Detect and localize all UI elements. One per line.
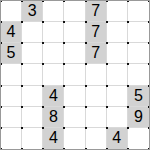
- cell-r4c3[interactable]: [43, 64, 64, 85]
- cell-r3c7[interactable]: [128, 43, 149, 64]
- cell-r6c7-clue[interactable]: 9: [128, 107, 149, 128]
- cell-r2c7[interactable]: [128, 22, 149, 43]
- cell-r5c7-clue[interactable]: 5: [128, 86, 149, 107]
- cell-r6c4[interactable]: [64, 107, 85, 128]
- cell-r3c3[interactable]: [43, 43, 64, 64]
- cell-r1c5-clue[interactable]: 7: [86, 1, 107, 22]
- cell-r2c6[interactable]: [107, 22, 128, 43]
- cell-r4c5[interactable]: [86, 64, 107, 85]
- puzzle-board: 374757458944: [0, 0, 150, 150]
- cell-r4c2[interactable]: [22, 64, 43, 85]
- cell-r3c6[interactable]: [107, 43, 128, 64]
- cell-r4c4[interactable]: [64, 64, 85, 85]
- cell-r7c5[interactable]: [86, 128, 107, 149]
- cell-r7c6-clue[interactable]: 4: [107, 128, 128, 149]
- cell-r5c5[interactable]: [86, 86, 107, 107]
- cell-r7c4[interactable]: [64, 128, 85, 149]
- cell-r5c6[interactable]: [107, 86, 128, 107]
- cell-r1c4[interactable]: [64, 1, 85, 22]
- cell-r6c1[interactable]: [1, 107, 22, 128]
- cell-r5c3-clue[interactable]: 4: [43, 86, 64, 107]
- cell-r2c2[interactable]: [22, 22, 43, 43]
- cell-r3c2[interactable]: [22, 43, 43, 64]
- cell-r7c3-clue[interactable]: 4: [43, 128, 64, 149]
- cell-r6c3-clue[interactable]: 8: [43, 107, 64, 128]
- cell-r1c6[interactable]: [107, 1, 128, 22]
- cell-r5c4[interactable]: [64, 86, 85, 107]
- cell-r5c2[interactable]: [22, 86, 43, 107]
- cell-r1c1[interactable]: [1, 1, 22, 22]
- cell-r1c2-clue[interactable]: 3: [22, 1, 43, 22]
- cell-r2c4[interactable]: [64, 22, 85, 43]
- cell-r1c3[interactable]: [43, 1, 64, 22]
- cell-r7c7[interactable]: [128, 128, 149, 149]
- cell-r2c3[interactable]: [43, 22, 64, 43]
- cell-r6c2[interactable]: [22, 107, 43, 128]
- cell-r6c6[interactable]: [107, 107, 128, 128]
- cell-r2c5-clue[interactable]: 7: [86, 22, 107, 43]
- cell-r5c1[interactable]: [1, 86, 22, 107]
- cell-r3c4[interactable]: [64, 43, 85, 64]
- cell-r6c5[interactable]: [86, 107, 107, 128]
- cell-r4c7[interactable]: [128, 64, 149, 85]
- cell-r3c5-clue[interactable]: 7: [86, 43, 107, 64]
- cell-r7c1[interactable]: [1, 128, 22, 149]
- cell-r4c1[interactable]: [1, 64, 22, 85]
- cell-r3c1-clue[interactable]: 5: [1, 43, 22, 64]
- cell-r4c6[interactable]: [107, 64, 128, 85]
- cell-r1c7[interactable]: [128, 1, 149, 22]
- cell-r7c2[interactable]: [22, 128, 43, 149]
- cell-r2c1-clue[interactable]: 4: [1, 22, 22, 43]
